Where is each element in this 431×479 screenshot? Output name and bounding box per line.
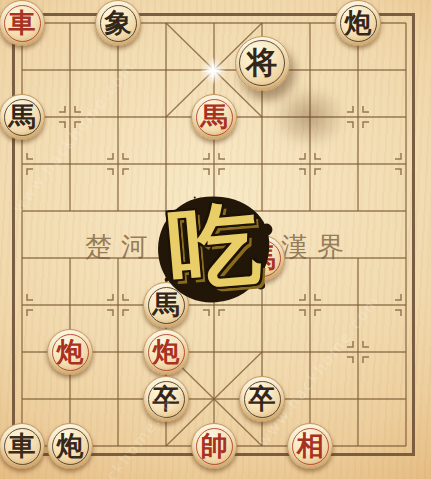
- piece-black-cannon-b[interactable]: 炮: [47, 423, 93, 469]
- piece-char: 相: [297, 432, 324, 459]
- piece-red-cannon-a[interactable]: 炮: [47, 329, 93, 375]
- piece-red-horse-b[interactable]: 馬: [239, 235, 285, 281]
- piece-char: 炮: [153, 338, 180, 365]
- piece-char: 炮: [57, 432, 84, 459]
- piece-char: 卒: [153, 385, 180, 412]
- piece-black-cannon-a[interactable]: 炮: [335, 0, 381, 46]
- xiangqi-board-screen: 楚河 漢界 車象炮将馬馬馬馬炮炮卒卒車炮帥相 www.hackhome.com …: [0, 0, 431, 479]
- piece-char: 車: [9, 9, 36, 36]
- piece-char: 馬: [9, 103, 36, 130]
- piece-black-soldier-a[interactable]: 卒: [143, 376, 189, 422]
- piece-black-chariot[interactable]: 車: [0, 423, 45, 469]
- piece-char: 将: [247, 47, 278, 78]
- piece-char: 象: [105, 9, 132, 36]
- piece-black-horse-a[interactable]: 馬: [0, 94, 45, 140]
- piece-char: 車: [9, 432, 36, 459]
- piece-black-elephant[interactable]: 象: [95, 0, 141, 46]
- piece-char: 馬: [153, 291, 180, 318]
- piece-red-elephant[interactable]: 相: [287, 423, 333, 469]
- piece-black-horse-b[interactable]: 馬: [143, 282, 189, 328]
- piece-char: 炮: [345, 9, 372, 36]
- piece-red-cannon-b[interactable]: 炮: [143, 329, 189, 375]
- piece-black-general[interactable]: 将: [235, 36, 290, 91]
- piece-red-horse-a[interactable]: 馬: [191, 94, 237, 140]
- pieces-layer: 車象炮将馬馬馬馬炮炮卒卒車炮帥相: [0, 0, 431, 479]
- piece-red-general[interactable]: 帥: [191, 423, 237, 469]
- piece-char: 炮: [57, 338, 84, 365]
- piece-black-soldier-b[interactable]: 卒: [239, 376, 285, 422]
- piece-char: 馬: [201, 103, 228, 130]
- piece-char: 馬: [249, 244, 276, 271]
- piece-char: 卒: [249, 385, 276, 412]
- piece-char: 帥: [201, 432, 228, 459]
- piece-red-chariot[interactable]: 車: [0, 0, 45, 46]
